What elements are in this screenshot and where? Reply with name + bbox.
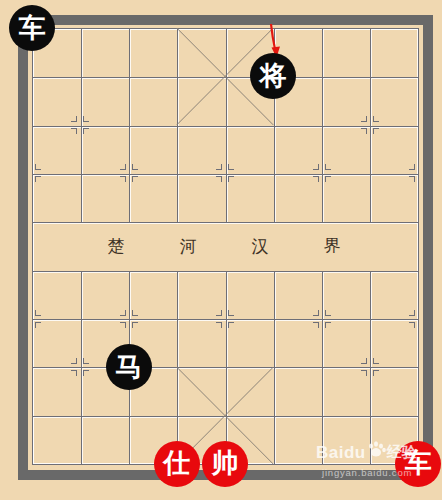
point-marker [325,310,331,316]
watermark-url: jingyan.baidu.com [322,467,417,478]
point-marker [35,310,41,316]
piece-red-general[interactable]: 帅 [202,441,248,487]
river-label-jie: 界 [324,234,341,257]
point-marker [71,128,77,134]
point-marker [373,128,379,134]
watermark: Baidu 经验 jingyan.baidu.com [316,441,417,478]
point-marker [373,370,379,376]
point-marker [83,128,89,134]
board-cell [129,77,177,125]
point-marker [228,322,234,328]
point-marker [313,322,319,328]
board-cell [226,367,274,415]
board-cell [33,416,81,464]
point-marker [35,176,41,182]
board-cell [177,29,225,77]
river-label-han: 汉 [252,235,269,258]
point-marker [132,322,138,328]
board-cell [370,29,418,77]
point-marker [325,176,331,182]
point-marker [361,358,367,364]
point-marker [120,176,126,182]
board-cell [129,222,177,270]
point-marker [361,128,367,134]
point-marker [83,116,89,122]
board-cell [129,29,177,77]
point-marker [313,164,319,170]
point-marker [83,358,89,364]
board-cell [274,367,322,415]
board-cell [274,222,322,270]
point-marker [325,164,331,170]
point-marker [71,116,77,122]
board-cell [322,29,370,77]
river-label-he: 河 [180,235,197,258]
point-marker [35,322,41,328]
board-cell [177,367,225,415]
point-marker [409,322,415,328]
point-marker [216,164,222,170]
point-marker [313,310,319,316]
point-marker [361,370,367,376]
point-marker [313,176,319,182]
point-marker [132,164,138,170]
point-marker [120,322,126,328]
point-marker [409,176,415,182]
point-marker [228,164,234,170]
point-marker [216,176,222,182]
piece-black-horse[interactable]: 马 [106,344,152,390]
point-marker [132,176,138,182]
piece-black-chariot[interactable]: 车 [9,5,55,51]
point-marker [35,164,41,170]
board-cell [81,416,129,464]
point-marker [228,176,234,182]
point-marker [216,310,222,316]
point-marker [71,358,77,364]
watermark-brand: Baidu [316,443,366,463]
piece-red-advisor[interactable]: 仕 [154,441,200,487]
point-marker [325,322,331,328]
point-marker [216,322,222,328]
river-label-chu: 楚 [108,235,125,258]
board-cell [81,29,129,77]
point-marker [409,310,415,316]
board-cell [274,416,322,464]
baidu-paw-icon [367,441,386,458]
board-cell [177,77,225,125]
point-marker [132,310,138,316]
point-marker [120,310,126,316]
watermark-suffix: 经验 [387,443,417,462]
xiangqi-board [32,28,419,465]
point-marker [409,164,415,170]
point-marker [373,116,379,122]
point-marker [83,370,89,376]
point-marker [228,310,234,316]
point-marker [71,370,77,376]
board-cell [33,222,81,270]
point-marker [120,164,126,170]
point-marker [373,358,379,364]
point-marker [361,116,367,122]
board-cell [370,222,418,270]
